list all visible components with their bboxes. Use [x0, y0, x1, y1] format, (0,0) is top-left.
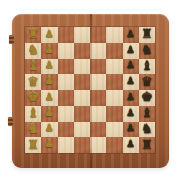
square: ♟ — [123, 122, 139, 138]
chess-piece-wK: ♚ — [27, 90, 39, 103]
chess-piece-wQ: ♛ — [27, 75, 39, 88]
chess-piece-wB: ♝ — [27, 59, 39, 72]
chess-piece-bP: ♟ — [126, 76, 135, 86]
hinge-icon — [9, 35, 14, 44]
square — [74, 137, 90, 153]
chess-board: ♜♟♟♜♞♟♟♞♝♟♟♝♛♟♟♛♚♟♟♚♝♟♟♝♞♟♟♞♜♟♟♜ — [12, 14, 169, 168]
chess-piece-bB: ♝ — [141, 106, 153, 119]
square — [90, 90, 106, 106]
square — [58, 43, 74, 59]
chess-piece-wP: ♟ — [45, 45, 54, 55]
chess-set-photo: ♜♟♟♜♞♟♟♞♝♟♟♝♛♟♟♛♚♟♟♚♝♟♟♝♞♟♟♞♜♟♟♜ — [0, 0, 180, 180]
square: ♞ — [25, 43, 41, 59]
square: ♟ — [41, 27, 57, 43]
chess-piece-wP: ♟ — [45, 123, 54, 133]
square — [58, 122, 74, 138]
square: ♟ — [41, 137, 57, 153]
chess-piece-bP: ♟ — [126, 45, 135, 55]
square: ♟ — [41, 74, 57, 90]
square: ♜ — [25, 137, 41, 153]
square: ♚ — [25, 90, 41, 106]
chess-piece-wP: ♟ — [45, 29, 54, 39]
square — [90, 74, 106, 90]
square — [106, 74, 122, 90]
square: ♞ — [25, 122, 41, 138]
chess-piece-bP: ♟ — [126, 108, 135, 118]
chess-piece-bP: ♟ — [126, 139, 135, 149]
square: ♟ — [41, 122, 57, 138]
square — [90, 122, 106, 138]
square: ♟ — [123, 59, 139, 75]
square: ♛ — [139, 74, 155, 90]
chess-piece-wR: ♜ — [27, 138, 39, 151]
square — [106, 137, 122, 153]
chess-piece-wP: ♟ — [45, 60, 54, 70]
square — [58, 74, 74, 90]
square — [74, 74, 90, 90]
square — [58, 59, 74, 75]
square: ♛ — [25, 74, 41, 90]
square — [90, 106, 106, 122]
square — [74, 90, 90, 106]
square — [74, 27, 90, 43]
board-fold-seam — [90, 14, 92, 168]
square: ♟ — [41, 106, 57, 122]
square — [58, 90, 74, 106]
square: ♟ — [123, 106, 139, 122]
chess-piece-bQ: ♛ — [141, 75, 153, 88]
square — [74, 122, 90, 138]
square: ♝ — [25, 59, 41, 75]
square: ♟ — [41, 90, 57, 106]
square — [74, 106, 90, 122]
square: ♟ — [123, 137, 139, 153]
square: ♟ — [123, 27, 139, 43]
chess-piece-wP: ♟ — [45, 108, 54, 118]
chess-piece-bR: ♜ — [141, 138, 153, 151]
square — [58, 27, 74, 43]
chess-piece-wB: ♝ — [27, 106, 39, 119]
chess-piece-bK: ♚ — [141, 90, 153, 103]
square: ♜ — [139, 27, 155, 43]
square — [90, 59, 106, 75]
chess-piece-bP: ♟ — [126, 60, 135, 70]
chess-piece-bN: ♞ — [141, 43, 153, 56]
square — [106, 90, 122, 106]
square: ♞ — [139, 122, 155, 138]
square: ♟ — [41, 59, 57, 75]
square — [106, 122, 122, 138]
hinge-icon — [8, 117, 13, 126]
chess-piece-bP: ♟ — [126, 92, 135, 102]
square: ♜ — [25, 27, 41, 43]
chess-piece-wN: ♞ — [27, 43, 39, 56]
chess-piece-wP: ♟ — [45, 76, 54, 86]
square — [58, 106, 74, 122]
square: ♟ — [123, 43, 139, 59]
square: ♟ — [123, 74, 139, 90]
square — [58, 137, 74, 153]
square — [90, 27, 106, 43]
chess-piece-wR: ♜ — [27, 27, 39, 40]
square — [106, 43, 122, 59]
square — [74, 43, 90, 59]
square: ♟ — [41, 43, 57, 59]
square: ♞ — [139, 43, 155, 59]
square: ♝ — [25, 106, 41, 122]
square — [90, 43, 106, 59]
square: ♚ — [139, 90, 155, 106]
chess-piece-wP: ♟ — [45, 139, 54, 149]
chess-piece-wP: ♟ — [45, 92, 54, 102]
chess-piece-bP: ♟ — [126, 123, 135, 133]
chess-piece-bR: ♜ — [141, 27, 153, 40]
square — [106, 27, 122, 43]
chess-piece-bB: ♝ — [141, 59, 153, 72]
square — [106, 59, 122, 75]
square: ♟ — [123, 90, 139, 106]
square: ♜ — [139, 137, 155, 153]
square — [106, 106, 122, 122]
square — [90, 137, 106, 153]
chess-piece-wN: ♞ — [27, 122, 39, 135]
square: ♝ — [139, 106, 155, 122]
chess-piece-bN: ♞ — [141, 122, 153, 135]
square: ♝ — [139, 59, 155, 75]
square — [74, 59, 90, 75]
chess-piece-bP: ♟ — [126, 29, 135, 39]
